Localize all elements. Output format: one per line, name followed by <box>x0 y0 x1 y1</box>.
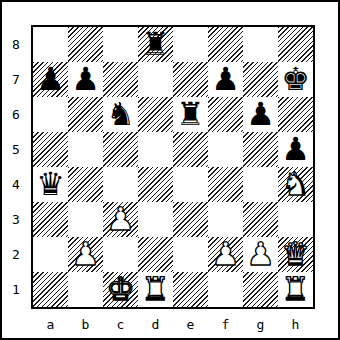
rank-label-7: 7 <box>4 62 28 97</box>
square-b3[interactable] <box>68 202 103 237</box>
square-f6[interactable] <box>208 97 243 132</box>
square-a1[interactable] <box>33 272 68 307</box>
square-c4[interactable] <box>103 167 138 202</box>
file-label-d: d <box>138 314 173 334</box>
square-e7[interactable] <box>173 62 208 97</box>
square-g8[interactable] <box>243 27 278 62</box>
black-king-h7[interactable]: ♚ <box>281 62 310 97</box>
square-d4[interactable] <box>138 167 173 202</box>
black-rook-d8[interactable]: ♜ <box>141 27 170 62</box>
file-label-c: c <box>103 314 138 334</box>
square-c8[interactable] <box>103 27 138 62</box>
chess-diagram: 87654321 ♜♟♟♟♚♞♜♟♟♛♞♟♟♟♟♛♚♜♜ abcdefgh <box>0 0 340 340</box>
square-b7[interactable]: ♟ <box>68 62 103 97</box>
square-e1[interactable] <box>173 272 208 307</box>
square-a7[interactable]: ♟ <box>33 62 68 97</box>
square-g5[interactable] <box>243 132 278 167</box>
square-f7[interactable]: ♟ <box>208 62 243 97</box>
square-d7[interactable] <box>138 62 173 97</box>
square-f8[interactable] <box>208 27 243 62</box>
file-label-a: a <box>33 314 68 334</box>
square-h8[interactable] <box>278 27 313 62</box>
square-d6[interactable] <box>138 97 173 132</box>
square-f2[interactable]: ♟ <box>208 237 243 272</box>
rank-label-4: 4 <box>4 167 28 202</box>
rank-label-5: 5 <box>4 132 28 167</box>
square-c1[interactable]: ♚ <box>103 272 138 307</box>
square-g2[interactable]: ♟ <box>243 237 278 272</box>
square-g6[interactable]: ♟ <box>243 97 278 132</box>
square-a2[interactable] <box>33 237 68 272</box>
white-pawn-b2[interactable]: ♟ <box>71 237 100 272</box>
file-labels: abcdefgh <box>33 314 313 334</box>
file-label-h: h <box>278 314 313 334</box>
file-label-e: e <box>173 314 208 334</box>
square-e8[interactable] <box>173 27 208 62</box>
square-b4[interactable] <box>68 167 103 202</box>
file-label-g: g <box>243 314 278 334</box>
white-pawn-c3[interactable]: ♟ <box>106 202 135 237</box>
white-pawn-g2[interactable]: ♟ <box>246 237 275 272</box>
square-d8[interactable]: ♜ <box>138 27 173 62</box>
rank-label-6: 6 <box>4 97 28 132</box>
rank-label-2: 2 <box>4 237 28 272</box>
black-knight-c6[interactable]: ♞ <box>106 97 135 132</box>
white-queen-h2[interactable]: ♛ <box>281 237 310 272</box>
black-pawn-f7[interactable]: ♟ <box>211 62 240 97</box>
square-a3[interactable] <box>33 202 68 237</box>
black-pawn-g6[interactable]: ♟ <box>246 97 275 132</box>
black-pawn-a7[interactable]: ♟ <box>36 62 65 97</box>
square-a5[interactable] <box>33 132 68 167</box>
black-pawn-b7[interactable]: ♟ <box>71 62 100 97</box>
square-c2[interactable] <box>103 237 138 272</box>
square-g7[interactable] <box>243 62 278 97</box>
square-h1[interactable]: ♜ <box>278 272 313 307</box>
square-d5[interactable] <box>138 132 173 167</box>
rank-label-8: 8 <box>4 27 28 62</box>
square-h4[interactable]: ♞ <box>278 167 313 202</box>
square-c6[interactable]: ♞ <box>103 97 138 132</box>
square-e2[interactable] <box>173 237 208 272</box>
white-king-c1[interactable]: ♚ <box>106 272 135 307</box>
square-f1[interactable] <box>208 272 243 307</box>
square-a6[interactable] <box>33 97 68 132</box>
square-c5[interactable] <box>103 132 138 167</box>
black-pawn-h5[interactable]: ♟ <box>281 132 310 167</box>
rank-label-3: 3 <box>4 202 28 237</box>
square-d3[interactable] <box>138 202 173 237</box>
white-rook-h1[interactable]: ♜ <box>281 272 310 307</box>
black-queen-a4[interactable]: ♛ <box>36 167 65 202</box>
square-h5[interactable]: ♟ <box>278 132 313 167</box>
square-g4[interactable] <box>243 167 278 202</box>
square-f3[interactable] <box>208 202 243 237</box>
square-h6[interactable] <box>278 97 313 132</box>
file-label-b: b <box>68 314 103 334</box>
square-e5[interactable] <box>173 132 208 167</box>
square-a4[interactable]: ♛ <box>33 167 68 202</box>
black-rook-e6[interactable]: ♜ <box>176 97 205 132</box>
square-b5[interactable] <box>68 132 103 167</box>
square-a8[interactable] <box>33 27 68 62</box>
square-d2[interactable] <box>138 237 173 272</box>
square-d1[interactable]: ♜ <box>138 272 173 307</box>
chess-board: ♜♟♟♟♚♞♜♟♟♛♞♟♟♟♟♛♚♜♜ <box>31 25 315 309</box>
square-b8[interactable] <box>68 27 103 62</box>
rank-labels: 87654321 <box>4 27 28 307</box>
square-e3[interactable] <box>173 202 208 237</box>
square-e6[interactable]: ♜ <box>173 97 208 132</box>
white-knight-h4[interactable]: ♞ <box>281 167 310 202</box>
square-e4[interactable] <box>173 167 208 202</box>
square-f5[interactable] <box>208 132 243 167</box>
square-h7[interactable]: ♚ <box>278 62 313 97</box>
square-c3[interactable]: ♟ <box>103 202 138 237</box>
square-g3[interactable] <box>243 202 278 237</box>
square-g1[interactable] <box>243 272 278 307</box>
square-b6[interactable] <box>68 97 103 132</box>
white-pawn-f2[interactable]: ♟ <box>211 237 240 272</box>
white-rook-d1[interactable]: ♜ <box>141 272 170 307</box>
file-label-f: f <box>208 314 243 334</box>
square-h3[interactable] <box>278 202 313 237</box>
square-h2[interactable]: ♛ <box>278 237 313 272</box>
square-b2[interactable]: ♟ <box>68 237 103 272</box>
square-b1[interactable] <box>68 272 103 307</box>
square-f4[interactable] <box>208 167 243 202</box>
square-c7[interactable] <box>103 62 138 97</box>
rank-label-1: 1 <box>4 272 28 307</box>
